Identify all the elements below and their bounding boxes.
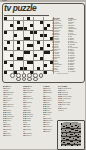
listing-column-2: TUESDAY6:00 News6:30 ABC News7:00 Entert… — [23, 85, 42, 147]
clues-down-column: DOWN1 Actor Grant2 Soap3 Comedy4 Critic5… — [68, 17, 83, 79]
listing-column-1: MONDAY6:00 NewsWeather6:30 NBC News7:00 … — [3, 85, 22, 147]
page-corner-mark — [2, 0, 7, 1]
listing-column-4: DAYTIME6:00 Morning show7:00 Today8:00 C… — [58, 85, 82, 112]
listing-line: 3:00 Sign off — [23, 135, 42, 137]
puzzle-answer-box: PUZZLE ANSWER — [57, 120, 85, 150]
bonus-circle — [22, 77, 27, 82]
grid-cell — [79, 145, 80, 146]
clues-across-column: ACROSS1 Ms. Ball5 Actor Asner9 TV alien1… — [52, 17, 67, 79]
clue-line: 65 Credits — [52, 71, 67, 73]
bonus-circle — [33, 77, 38, 82]
bonus-circle — [27, 77, 32, 82]
answer-mini-grid — [61, 123, 81, 146]
title-underline — [4, 15, 49, 16]
listing-line: Hospital — [58, 110, 82, 112]
bonus-circles-row-2 — [4, 77, 51, 82]
listing-line: 3:00 Sign off — [3, 135, 22, 137]
listing-column-3: CABLE6:00 Sports6:30 Scores7:00 Baseball… — [43, 85, 57, 147]
listing-line: 6:00 News — [43, 131, 57, 133]
bonus-circle — [16, 77, 21, 82]
page-title: tv puzzle — [4, 4, 36, 14]
crossword-grid — [4, 17, 54, 74]
clue-line: 60 Antenna — [68, 71, 83, 73]
